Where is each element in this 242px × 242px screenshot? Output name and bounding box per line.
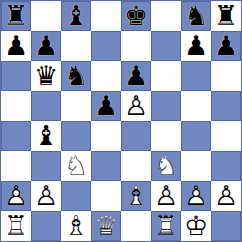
square-g5[interactable] xyxy=(181,91,211,121)
square-d2[interactable] xyxy=(91,181,121,211)
white-knight-piece[interactable]: ♞♘ xyxy=(61,151,91,181)
piece-body-fill: ♝ xyxy=(121,180,151,210)
piece-outline: ♗ xyxy=(61,210,91,240)
piece-outline: ♕ xyxy=(91,210,121,240)
square-h3[interactable] xyxy=(211,151,241,181)
square-h5[interactable] xyxy=(211,91,241,121)
white-pawn-piece[interactable]: ♟♙ xyxy=(1,181,31,211)
square-e5[interactable]: ♟♙ xyxy=(121,91,151,121)
white-pawn-piece[interactable]: ♟♙ xyxy=(211,181,241,211)
piece-outline: ♗ xyxy=(121,180,151,210)
square-c8[interactable]: ♝ xyxy=(61,1,91,31)
piece-body-fill: ♟ xyxy=(211,30,241,60)
white-pawn-piece[interactable]: ♟♙ xyxy=(121,91,151,121)
black-bishop-piece[interactable]: ♝ xyxy=(31,121,61,151)
piece-body-fill: ♛ xyxy=(91,210,121,240)
square-a7[interactable]: ♟ xyxy=(1,31,31,61)
piece-body-fill: ♟ xyxy=(91,90,121,120)
square-d4[interactable] xyxy=(91,121,121,151)
square-e4[interactable] xyxy=(121,121,151,151)
piece-outline: ♖ xyxy=(1,210,31,240)
white-bishop-piece[interactable]: ♝♗ xyxy=(121,181,151,211)
piece-outline: ♔ xyxy=(181,210,211,240)
square-d7[interactable] xyxy=(91,31,121,61)
square-a2[interactable]: ♟♙ xyxy=(1,181,31,211)
white-pawn-piece[interactable]: ♟♙ xyxy=(181,181,211,211)
square-b6[interactable]: ♛ xyxy=(31,61,61,91)
piece-outline: ♙ xyxy=(121,90,151,120)
square-c3[interactable]: ♞♘ xyxy=(61,151,91,181)
piece-body-fill: ♚ xyxy=(121,0,151,30)
square-d1[interactable]: ♛♕ xyxy=(91,211,121,241)
piece-body-fill: ♜ xyxy=(1,0,31,30)
white-queen-piece[interactable]: ♛♕ xyxy=(91,211,121,241)
square-e2[interactable]: ♝♗ xyxy=(121,181,151,211)
piece-body-fill: ♟ xyxy=(181,180,211,210)
square-a6[interactable] xyxy=(1,61,31,91)
square-f2[interactable]: ♟♙ xyxy=(151,181,181,211)
square-b4[interactable]: ♝ xyxy=(31,121,61,151)
square-d6[interactable] xyxy=(91,61,121,91)
square-f5[interactable] xyxy=(151,91,181,121)
black-pawn-piece[interactable]: ♟ xyxy=(31,31,61,61)
piece-outline: ♘ xyxy=(61,150,91,180)
square-c1[interactable]: ♝♗ xyxy=(61,211,91,241)
square-e8[interactable]: ♚ xyxy=(121,1,151,31)
piece-outline: ♙ xyxy=(151,180,181,210)
square-g7[interactable]: ♟ xyxy=(181,31,211,61)
white-king-piece[interactable]: ♚♔ xyxy=(181,211,211,241)
square-a1[interactable]: ♜♖ xyxy=(1,211,31,241)
square-c4[interactable] xyxy=(61,121,91,151)
square-c7[interactable] xyxy=(61,31,91,61)
square-b3[interactable] xyxy=(31,151,61,181)
piece-outline: ♖ xyxy=(151,210,181,240)
square-d3[interactable] xyxy=(91,151,121,181)
square-f8[interactable] xyxy=(151,1,181,31)
square-h6[interactable] xyxy=(211,61,241,91)
white-rook-piece[interactable]: ♜♖ xyxy=(1,211,31,241)
piece-body-fill: ♟ xyxy=(121,60,151,90)
black-queen-piece[interactable]: ♛ xyxy=(31,61,61,91)
square-h8[interactable]: ♜ xyxy=(211,1,241,31)
square-h7[interactable]: ♟ xyxy=(211,31,241,61)
square-a4[interactable] xyxy=(1,121,31,151)
black-bishop-piece[interactable]: ♝ xyxy=(61,1,91,31)
chess-diagram: ♜♝♚♞♜♟♟♟♟♛♞♟♟♟♙♝♞♘♞♘♟♙♟♙♝♗♟♙♟♙♟♙♜♖♝♗♛♕♜♖… xyxy=(0,0,242,242)
square-g1[interactable]: ♚♔ xyxy=(181,211,211,241)
piece-body-fill: ♟ xyxy=(1,30,31,60)
white-bishop-piece[interactable]: ♝♗ xyxy=(61,211,91,241)
piece-body-fill: ♟ xyxy=(151,180,181,210)
piece-body-fill: ♞ xyxy=(181,0,211,30)
piece-body-fill: ♜ xyxy=(211,0,241,30)
piece-body-fill: ♟ xyxy=(181,30,211,60)
square-h2[interactable]: ♟♙ xyxy=(211,181,241,211)
black-pawn-piece[interactable]: ♟ xyxy=(91,91,121,121)
white-pawn-piece[interactable]: ♟♙ xyxy=(151,181,181,211)
square-h1[interactable] xyxy=(211,211,241,241)
square-c6[interactable]: ♞ xyxy=(61,61,91,91)
square-f1[interactable]: ♜♖ xyxy=(151,211,181,241)
square-d8[interactable] xyxy=(91,1,121,31)
piece-body-fill: ♞ xyxy=(61,60,91,90)
square-g4[interactable] xyxy=(181,121,211,151)
piece-body-fill: ♟ xyxy=(31,30,61,60)
black-rook-piece[interactable]: ♜ xyxy=(211,1,241,31)
piece-outline: ♙ xyxy=(31,180,61,210)
square-a8[interactable]: ♜ xyxy=(1,1,31,31)
black-pawn-piece[interactable]: ♟ xyxy=(1,31,31,61)
piece-outline: ♙ xyxy=(211,180,241,210)
piece-body-fill: ♚ xyxy=(181,210,211,240)
square-c5[interactable] xyxy=(61,91,91,121)
square-e7[interactable] xyxy=(121,31,151,61)
square-g2[interactable]: ♟♙ xyxy=(181,181,211,211)
square-f4[interactable] xyxy=(151,121,181,151)
white-rook-piece[interactable]: ♜♖ xyxy=(151,211,181,241)
piece-body-fill: ♟ xyxy=(211,180,241,210)
black-king-piece[interactable]: ♚ xyxy=(121,1,151,31)
piece-body-fill: ♝ xyxy=(31,120,61,150)
square-b1[interactable] xyxy=(31,211,61,241)
piece-body-fill: ♟ xyxy=(121,90,151,120)
square-f3[interactable]: ♞♘ xyxy=(151,151,181,181)
piece-body-fill: ♜ xyxy=(1,210,31,240)
square-c2[interactable] xyxy=(61,181,91,211)
square-d5[interactable]: ♟ xyxy=(91,91,121,121)
chessboard: ♜♝♚♞♜♟♟♟♟♛♞♟♟♟♙♝♞♘♞♘♟♙♟♙♝♗♟♙♟♙♟♙♜♖♝♗♛♕♜♖… xyxy=(0,0,242,242)
square-a5[interactable] xyxy=(1,91,31,121)
piece-outline: ♙ xyxy=(1,180,31,210)
piece-body-fill: ♟ xyxy=(1,180,31,210)
black-rook-piece[interactable]: ♜ xyxy=(1,1,31,31)
piece-body-fill: ♞ xyxy=(151,150,181,180)
black-knight-piece[interactable]: ♞ xyxy=(181,1,211,31)
white-knight-piece[interactable]: ♞♘ xyxy=(151,151,181,181)
square-f7[interactable] xyxy=(151,31,181,61)
piece-outline: ♙ xyxy=(181,180,211,210)
piece-body-fill: ♜ xyxy=(151,210,181,240)
black-pawn-piece[interactable]: ♟ xyxy=(181,31,211,61)
square-h4[interactable] xyxy=(211,121,241,151)
piece-body-fill: ♝ xyxy=(61,0,91,30)
square-b8[interactable] xyxy=(31,1,61,31)
white-pawn-piece[interactable]: ♟♙ xyxy=(31,181,61,211)
black-knight-piece[interactable]: ♞ xyxy=(61,61,91,91)
piece-body-fill: ♟ xyxy=(31,180,61,210)
piece-body-fill: ♛ xyxy=(31,60,61,90)
square-g8[interactable]: ♞ xyxy=(181,1,211,31)
square-b2[interactable]: ♟♙ xyxy=(31,181,61,211)
black-pawn-piece[interactable]: ♟ xyxy=(121,61,151,91)
square-e6[interactable]: ♟ xyxy=(121,61,151,91)
piece-outline: ♘ xyxy=(151,150,181,180)
square-b5[interactable] xyxy=(31,91,61,121)
piece-body-fill: ♞ xyxy=(61,150,91,180)
square-f6[interactable] xyxy=(151,61,181,91)
piece-body-fill: ♝ xyxy=(61,210,91,240)
square-b7[interactable]: ♟ xyxy=(31,31,61,61)
square-a3[interactable] xyxy=(1,151,31,181)
square-e1[interactable] xyxy=(121,211,151,241)
black-pawn-piece[interactable]: ♟ xyxy=(211,31,241,61)
square-g6[interactable] xyxy=(181,61,211,91)
square-e3[interactable] xyxy=(121,151,151,181)
square-g3[interactable] xyxy=(181,151,211,181)
